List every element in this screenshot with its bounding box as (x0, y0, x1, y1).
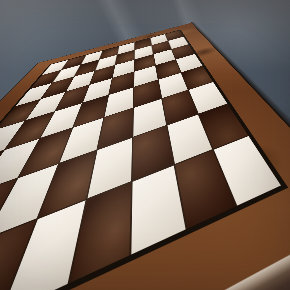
scene (0, 19, 290, 290)
chessboard (0, 23, 290, 290)
photo-empty-chessboard-on-slate (0, 0, 290, 290)
board-perspective-wrapper (0, 19, 290, 290)
